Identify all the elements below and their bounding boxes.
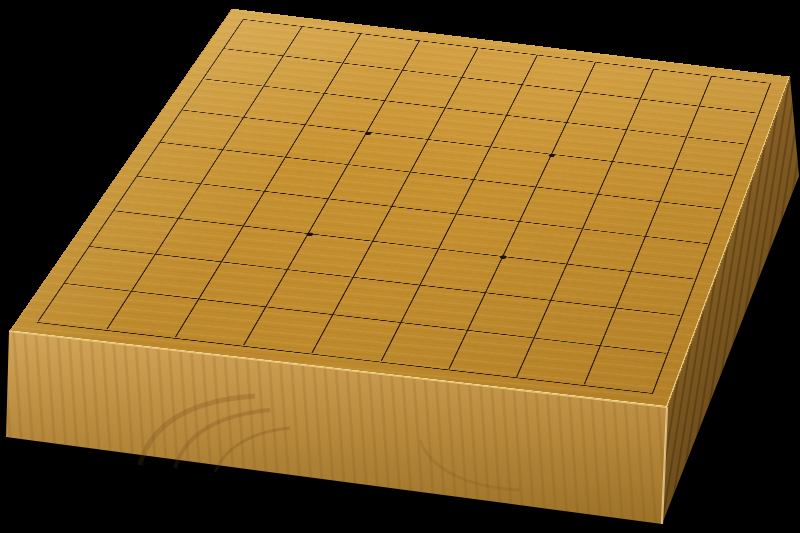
scene [0,0,800,533]
board-cell [584,345,667,392]
